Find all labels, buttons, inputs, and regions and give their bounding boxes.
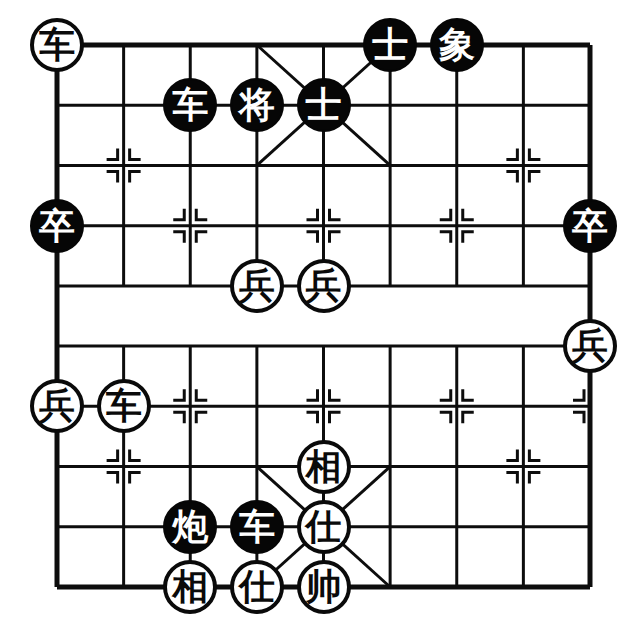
piece-red-elephant[interactable]: 相 xyxy=(163,560,217,614)
xiangqi-board: 车士象车将士卒卒兵兵兵兵车相炮车仕相仕帅 xyxy=(0,0,640,640)
piece-red-soldier[interactable]: 兵 xyxy=(230,259,284,313)
piece-black-soldier[interactable]: 卒 xyxy=(563,199,617,253)
piece-black-general[interactable]: 将 xyxy=(230,78,284,132)
board-intersection: 相 xyxy=(157,557,224,617)
piece-red-advisor[interactable]: 仕 xyxy=(297,500,351,554)
piece-black-advisor[interactable]: 士 xyxy=(297,78,351,132)
board-intersection: 兵 xyxy=(290,256,357,316)
piece-red-soldier[interactable]: 兵 xyxy=(297,259,351,313)
piece-red-elephant[interactable]: 相 xyxy=(297,440,351,494)
piece-black-elephant[interactable]: 象 xyxy=(430,18,484,72)
piece-black-soldier[interactable]: 卒 xyxy=(30,199,84,253)
piece-black-advisor[interactable]: 士 xyxy=(363,18,417,72)
board-intersection: 车 xyxy=(224,497,291,557)
piece-black-cannon[interactable]: 炮 xyxy=(163,500,217,554)
board-intersection: 卒 xyxy=(24,196,91,256)
board-intersection: 士 xyxy=(290,75,357,135)
piece-red-general[interactable]: 帅 xyxy=(297,560,351,614)
board-intersection: 象 xyxy=(423,15,490,75)
piece-red-soldier[interactable]: 兵 xyxy=(563,319,617,373)
board-intersection: 帅 xyxy=(290,557,357,617)
board-intersection: 士 xyxy=(357,15,424,75)
board-intersection: 仕 xyxy=(224,557,291,617)
board-intersection: 兵 xyxy=(24,376,91,436)
board-intersection: 仕 xyxy=(290,497,357,557)
board-intersection: 兵 xyxy=(224,256,291,316)
piece-black-rook[interactable]: 车 xyxy=(230,500,284,554)
board-intersection: 炮 xyxy=(157,497,224,557)
piece-red-rook[interactable]: 车 xyxy=(97,379,151,433)
board-intersection: 兵 xyxy=(557,316,624,376)
board-intersection: 相 xyxy=(290,436,357,496)
piece-red-advisor[interactable]: 仕 xyxy=(230,560,284,614)
pieces-layer: 车士象车将士卒卒兵兵兵兵车相炮车仕相仕帅 xyxy=(24,15,624,617)
board-intersection: 车 xyxy=(90,376,157,436)
piece-black-rook[interactable]: 车 xyxy=(163,78,217,132)
board-intersection: 将 xyxy=(224,75,291,135)
board-intersection: 车 xyxy=(24,15,91,75)
board-intersection: 卒 xyxy=(557,196,624,256)
piece-red-soldier[interactable]: 兵 xyxy=(30,379,84,433)
piece-red-rook[interactable]: 车 xyxy=(30,18,84,72)
scanned-page: 车士象车将士卒卒兵兵兵兵车相炮车仕相仕帅 xyxy=(0,0,640,640)
board-intersection: 车 xyxy=(157,75,224,135)
